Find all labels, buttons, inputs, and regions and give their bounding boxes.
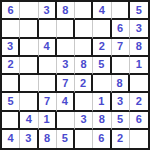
cell-r3c4[interactable] <box>57 39 75 57</box>
given-digit: 3 <box>25 133 31 144</box>
sudoku-board: 63845633427823851728574132413856438562 <box>0 0 150 150</box>
cell-r7c6[interactable]: 8 <box>93 112 111 130</box>
cell-r3c3[interactable]: 4 <box>39 39 57 57</box>
cell-r2c7[interactable]: 6 <box>112 20 130 38</box>
given-digit: 8 <box>44 133 50 144</box>
given-digit: 8 <box>62 5 68 16</box>
cell-r2c8[interactable]: 3 <box>130 20 148 38</box>
given-digit: 7 <box>62 78 68 89</box>
cell-r4c8[interactable]: 1 <box>130 57 148 75</box>
cell-r1c1[interactable]: 6 <box>2 2 20 20</box>
cell-r4c4[interactable]: 3 <box>57 57 75 75</box>
cell-r1c6[interactable]: 4 <box>93 2 111 20</box>
given-digit: 5 <box>136 5 142 16</box>
given-digit: 5 <box>98 59 104 70</box>
cell-r5c1[interactable] <box>2 75 20 93</box>
given-digit: 4 <box>62 96 68 107</box>
given-digit: 6 <box>98 133 104 144</box>
cell-r3c2[interactable] <box>20 39 38 57</box>
cell-r5c8[interactable] <box>130 75 148 93</box>
cell-r4c6[interactable]: 5 <box>93 57 111 75</box>
given-digit: 8 <box>117 78 123 89</box>
cell-r5c2[interactable] <box>20 75 38 93</box>
cell-r2c6[interactable] <box>93 20 111 38</box>
cell-r4c7[interactable] <box>112 57 130 75</box>
given-digit: 2 <box>136 96 142 107</box>
cell-r3c5[interactable] <box>75 39 93 57</box>
cell-r6c2[interactable] <box>20 93 38 111</box>
given-digit: 8 <box>99 114 105 125</box>
cell-r2c1[interactable] <box>2 20 20 38</box>
cell-r7c2[interactable]: 4 <box>20 112 38 130</box>
cell-r2c4[interactable] <box>57 20 75 38</box>
given-digit: 8 <box>81 59 87 70</box>
cell-r5c5[interactable]: 2 <box>75 75 93 93</box>
cell-r7c1[interactable] <box>2 112 20 130</box>
cell-r8c6[interactable]: 6 <box>93 130 111 148</box>
cell-r1c7[interactable] <box>112 2 130 20</box>
cell-r3c7[interactable]: 7 <box>112 39 130 57</box>
given-digit: 1 <box>136 59 142 70</box>
given-digit: 6 <box>117 23 123 34</box>
given-digit: 4 <box>44 41 50 52</box>
cell-r4c1[interactable]: 2 <box>2 57 20 75</box>
given-digit: 3 <box>117 96 123 107</box>
cell-r3c8[interactable]: 8 <box>130 39 148 57</box>
cell-r1c4[interactable]: 8 <box>57 2 75 20</box>
given-digit: 2 <box>99 41 105 52</box>
cell-r7c7[interactable]: 5 <box>112 112 130 130</box>
cell-r1c2[interactable] <box>20 2 38 20</box>
given-digit: 7 <box>44 96 50 107</box>
given-digit: 5 <box>8 96 14 107</box>
cell-r4c5[interactable]: 8 <box>75 57 93 75</box>
cell-r3c1[interactable]: 3 <box>2 39 20 57</box>
given-digit: 3 <box>136 23 142 34</box>
given-digit: 4 <box>8 133 14 144</box>
cell-r6c1[interactable]: 5 <box>2 93 20 111</box>
given-digit: 2 <box>117 133 123 144</box>
given-digit: 2 <box>8 59 14 70</box>
cell-r8c8[interactable] <box>130 130 148 148</box>
cell-r7c8[interactable]: 6 <box>130 112 148 130</box>
cell-r6c5[interactable] <box>75 93 93 111</box>
cell-r3c6[interactable]: 2 <box>93 39 111 57</box>
given-digit: 5 <box>117 114 123 125</box>
given-digit: 3 <box>81 114 87 125</box>
cell-r8c1[interactable]: 4 <box>2 130 20 148</box>
cell-r8c4[interactable]: 5 <box>57 130 75 148</box>
cell-r7c4[interactable] <box>57 112 75 130</box>
given-digit: 6 <box>136 114 142 125</box>
given-digit: 1 <box>98 96 104 107</box>
cell-r4c2[interactable] <box>20 57 38 75</box>
cell-r2c2[interactable] <box>20 20 38 38</box>
given-digit: 5 <box>62 133 68 144</box>
given-digit: 3 <box>44 5 50 16</box>
cell-r1c8[interactable]: 5 <box>130 2 148 20</box>
cell-r4c3[interactable] <box>39 57 57 75</box>
given-digit: 7 <box>117 41 123 52</box>
cell-r6c7[interactable]: 3 <box>112 93 130 111</box>
cell-r1c5[interactable] <box>75 2 93 20</box>
given-digit: 2 <box>80 78 86 89</box>
cell-r2c3[interactable] <box>39 20 57 38</box>
cell-r6c8[interactable]: 2 <box>130 93 148 111</box>
cell-r8c5[interactable] <box>75 130 93 148</box>
cell-r8c7[interactable]: 2 <box>112 130 130 148</box>
cell-r5c3[interactable] <box>39 75 57 93</box>
given-digit: 3 <box>62 59 68 70</box>
cell-r8c3[interactable]: 8 <box>39 130 57 148</box>
given-digit: 3 <box>7 41 13 52</box>
cell-r8c2[interactable]: 3 <box>20 130 38 148</box>
cell-r5c7[interactable]: 8 <box>112 75 130 93</box>
cell-r6c4[interactable]: 4 <box>57 93 75 111</box>
cell-r7c5[interactable]: 3 <box>75 112 93 130</box>
given-digit: 6 <box>8 5 14 16</box>
cell-r6c6[interactable]: 1 <box>93 93 111 111</box>
cell-r5c6[interactable] <box>93 75 111 93</box>
given-digit: 4 <box>26 114 32 125</box>
cell-r5c4[interactable]: 7 <box>57 75 75 93</box>
given-digit: 1 <box>44 114 50 125</box>
cell-r2c5[interactable] <box>75 20 93 38</box>
cell-r7c3[interactable]: 1 <box>39 112 57 130</box>
given-digit: 4 <box>99 5 105 16</box>
cell-r1c3[interactable]: 3 <box>39 2 57 20</box>
given-digit: 8 <box>136 41 142 52</box>
cell-r6c3[interactable]: 7 <box>39 93 57 111</box>
